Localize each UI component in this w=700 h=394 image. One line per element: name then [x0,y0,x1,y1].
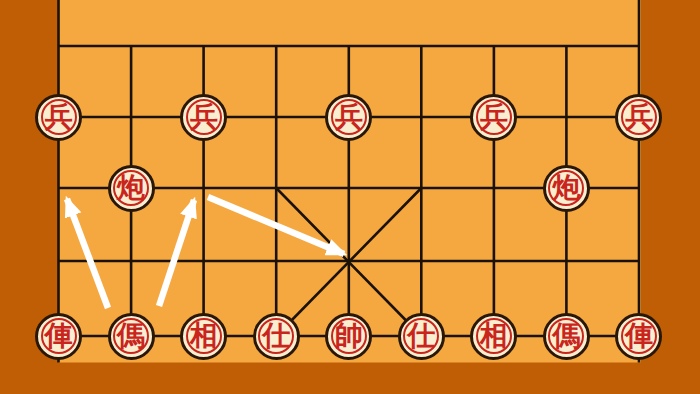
point-f5-r10: 帥 [312,298,385,374]
piece-red-soldier[interactable]: 兵 [325,94,372,141]
point-f9-r10: 俥 [603,298,676,374]
point-f3-r10: 相 [167,298,240,374]
point-f6-r10: 仕 [385,298,458,374]
piece-red-soldier[interactable]: 兵 [35,94,82,141]
point-f9-r7: 兵 [603,82,676,152]
piece-red-chariot[interactable]: 俥 [35,313,82,360]
point-f1-r10: 俥 [22,298,95,374]
point-f2-r8: 炮 [95,152,168,224]
piece-red-advisor[interactable]: 仕 [253,313,300,360]
piece-red-elephant[interactable]: 相 [470,313,517,360]
piece-red-soldier[interactable]: 兵 [615,94,662,141]
piece-grid: 兵兵兵兵兵炮炮俥傌相仕帥仕相傌俥 [22,10,675,374]
piece-red-elephant[interactable]: 相 [180,313,227,360]
xiangqi-board: 兵兵兵兵兵炮炮俥傌相仕帥仕相傌俥 [0,0,700,394]
point-f7-r10: 相 [458,298,531,374]
point-f2-r10: 傌 [95,298,168,374]
point-f1-r7: 兵 [22,82,95,152]
point-f4-r10: 仕 [240,298,313,374]
point-f3-r7: 兵 [167,82,240,152]
point-f8-r10: 傌 [530,298,603,374]
piece-red-soldier[interactable]: 兵 [180,94,227,141]
piece-red-horse[interactable]: 傌 [108,313,155,360]
piece-red-cannon[interactable]: 炮 [543,165,590,212]
piece-red-cannon[interactable]: 炮 [108,165,155,212]
piece-red-chariot[interactable]: 俥 [615,313,662,360]
piece-red-horse[interactable]: 傌 [543,313,590,360]
piece-red-advisor[interactable]: 仕 [398,313,445,360]
piece-red-soldier[interactable]: 兵 [470,94,517,141]
point-f5-r7: 兵 [312,82,385,152]
piece-red-general[interactable]: 帥 [325,313,372,360]
point-f8-r8: 炮 [530,152,603,224]
point-f7-r7: 兵 [458,82,531,152]
